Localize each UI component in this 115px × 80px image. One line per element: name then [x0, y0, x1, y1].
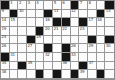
- grid-cell[interactable]: 16: [44, 18, 53, 27]
- grid-cell[interactable]: [53, 53, 62, 62]
- grid-cell[interactable]: [97, 53, 106, 62]
- clue-number: 26: [2, 44, 7, 48]
- grid-cell[interactable]: 7: [79, 1, 88, 10]
- clue-number: 13: [106, 9, 111, 13]
- grid-cell[interactable]: 23: [79, 27, 88, 36]
- black-cell: [36, 70, 45, 79]
- clue-number: 3: [28, 1, 30, 5]
- clue-number: 15: [10, 18, 15, 22]
- grid-cell[interactable]: [71, 62, 80, 71]
- grid-cell[interactable]: [71, 36, 80, 45]
- clue-number: 19: [2, 27, 7, 31]
- black-cell: [1, 1, 10, 10]
- clue-number: 36: [62, 61, 67, 65]
- grid-cell[interactable]: [105, 27, 114, 36]
- grid-cell[interactable]: 39: [79, 70, 88, 79]
- grid-cell[interactable]: [97, 1, 106, 10]
- grid-cell[interactable]: [44, 70, 53, 79]
- grid-cell[interactable]: [79, 10, 88, 19]
- grid-cell[interactable]: 10: [18, 10, 27, 19]
- grid-cell[interactable]: 35: [27, 62, 36, 71]
- black-cell: [62, 44, 71, 53]
- grid-cell[interactable]: [10, 27, 19, 36]
- clue-number: 5: [54, 1, 56, 5]
- grid-cell[interactable]: [88, 70, 97, 79]
- grid-cell[interactable]: 27: [27, 44, 36, 53]
- black-cell: [79, 62, 88, 71]
- grid-cell[interactable]: 32: [44, 53, 53, 62]
- grid-cell[interactable]: [62, 70, 71, 79]
- grid-cell[interactable]: [10, 62, 19, 71]
- clue-number: 11: [54, 9, 59, 13]
- grid-cell[interactable]: [18, 44, 27, 53]
- grid-cell[interactable]: [71, 18, 80, 27]
- black-cell: [10, 10, 19, 19]
- clue-number: 8: [88, 1, 90, 5]
- clue-number: 30: [106, 44, 111, 48]
- grid-cell[interactable]: 33: [71, 53, 80, 62]
- grid-cell[interactable]: 29: [88, 44, 97, 53]
- grid-cell[interactable]: 30: [105, 44, 114, 53]
- black-cell: [71, 1, 80, 10]
- grid-cell[interactable]: 26: [1, 44, 10, 53]
- grid-cell[interactable]: [105, 70, 114, 79]
- black-cell: [53, 18, 62, 27]
- grid-cell[interactable]: [10, 44, 19, 53]
- clue-number: 4: [36, 1, 38, 5]
- clue-number: 22: [62, 27, 67, 31]
- grid-cell[interactable]: [105, 53, 114, 62]
- black-cell: [88, 36, 97, 45]
- black-cell: [105, 36, 114, 45]
- clue-number: 12: [71, 9, 76, 13]
- clue-number: 10: [19, 9, 24, 13]
- black-cell: [97, 10, 106, 19]
- grid-cell[interactable]: 3: [27, 1, 36, 10]
- black-cell: [79, 18, 88, 27]
- grid-cell[interactable]: [97, 36, 106, 45]
- clue-number: 7: [80, 1, 82, 5]
- clue-number: 20: [45, 27, 50, 31]
- black-cell: [97, 70, 106, 79]
- clue-number: 33: [71, 53, 76, 57]
- grid-cell[interactable]: [97, 62, 106, 71]
- grid-cell[interactable]: [88, 53, 97, 62]
- grid-cell[interactable]: 31: [10, 53, 19, 62]
- grid-cell[interactable]: [18, 53, 27, 62]
- crossword-grid: 1234567891011121314151617181920212223242…: [0, 0, 115, 80]
- grid-cell[interactable]: 34: [1, 62, 10, 71]
- grid-cell[interactable]: [18, 27, 27, 36]
- black-cell: [62, 53, 71, 62]
- grid-cell[interactable]: [44, 62, 53, 71]
- grid-cell[interactable]: [36, 53, 45, 62]
- grid-cell[interactable]: [88, 10, 97, 19]
- grid-cell[interactable]: [53, 44, 62, 53]
- grid-cell[interactable]: [53, 36, 62, 45]
- grid-cell[interactable]: 11: [53, 10, 62, 19]
- black-cell: [1, 53, 10, 62]
- grid-cell[interactable]: 37: [88, 62, 97, 71]
- clue-number: 32: [45, 53, 50, 57]
- clue-number: 35: [28, 61, 33, 65]
- grid-cell[interactable]: 15: [10, 18, 19, 27]
- clue-number: 9: [2, 9, 4, 13]
- grid-cell[interactable]: [36, 18, 45, 27]
- clue-number: 16: [45, 18, 50, 22]
- clue-number: 6: [62, 1, 64, 5]
- clue-number: 28: [71, 44, 76, 48]
- grid-cell[interactable]: [79, 44, 88, 53]
- clue-number: 39: [80, 70, 85, 74]
- black-cell: [44, 10, 53, 19]
- clue-number: 23: [80, 27, 85, 31]
- grid-cell[interactable]: 36: [62, 62, 71, 71]
- grid-cell[interactable]: [79, 53, 88, 62]
- clue-number: 27: [28, 44, 33, 48]
- grid-cell[interactable]: [62, 36, 71, 45]
- grid-cell[interactable]: 22: [62, 27, 71, 36]
- grid-cell[interactable]: [18, 36, 27, 45]
- grid-cell[interactable]: 21: [53, 27, 62, 36]
- grid-cell[interactable]: 4: [36, 1, 45, 10]
- clue-number: 18: [97, 18, 102, 22]
- grid-cell[interactable]: [97, 27, 106, 36]
- grid-cell[interactable]: [27, 53, 36, 62]
- grid-cell[interactable]: 8: [88, 1, 97, 10]
- grid-cell[interactable]: [44, 1, 53, 10]
- black-cell: [53, 70, 62, 79]
- black-cell: [62, 18, 71, 27]
- grid-cell[interactable]: 25: [36, 36, 45, 45]
- grid-cell[interactable]: [10, 36, 19, 45]
- clue-number: 21: [54, 27, 59, 31]
- grid-cell[interactable]: 38: [1, 70, 10, 79]
- grid-cell[interactable]: 20: [44, 27, 53, 36]
- grid-cell[interactable]: 13: [105, 10, 114, 19]
- black-cell: [44, 44, 53, 53]
- grid-cell[interactable]: [71, 27, 80, 36]
- grid-cell[interactable]: [36, 62, 45, 71]
- grid-cell[interactable]: [27, 27, 36, 36]
- grid-cell[interactable]: 17: [88, 18, 97, 27]
- grid-cell[interactable]: [18, 18, 27, 27]
- grid-cell[interactable]: 14: [1, 18, 10, 27]
- grid-cell[interactable]: [27, 70, 36, 79]
- grid-cell[interactable]: [44, 36, 53, 45]
- grid-cell[interactable]: 1: [10, 1, 19, 10]
- grid-cell[interactable]: [53, 62, 62, 71]
- grid-cell[interactable]: 18: [97, 18, 106, 27]
- grid-cell[interactable]: 9: [1, 10, 10, 19]
- grid-cell[interactable]: [27, 10, 36, 19]
- clue-number: 17: [88, 18, 93, 22]
- clue-number: 38: [2, 70, 7, 74]
- clue-number: 14: [2, 18, 7, 22]
- black-cell: [105, 1, 114, 10]
- grid-cell[interactable]: 19: [1, 27, 10, 36]
- grid-cell[interactable]: 2: [18, 1, 27, 10]
- grid-cell[interactable]: [62, 10, 71, 19]
- grid-cell[interactable]: [79, 36, 88, 45]
- grid-cell[interactable]: [27, 18, 36, 27]
- grid-cell[interactable]: [36, 10, 45, 19]
- grid-cell[interactable]: [10, 70, 19, 79]
- clue-number: 2: [19, 1, 21, 5]
- grid-cell[interactable]: [36, 44, 45, 53]
- clue-number: 31: [10, 53, 15, 57]
- grid-cell[interactable]: [105, 18, 114, 27]
- clue-number: 34: [2, 61, 7, 65]
- grid-cell[interactable]: 28: [71, 44, 80, 53]
- black-cell: [27, 36, 36, 45]
- black-cell: [18, 62, 27, 71]
- clue-number: 25: [36, 35, 41, 39]
- grid-cell[interactable]: [97, 44, 106, 53]
- grid-cell[interactable]: 12: [71, 10, 80, 19]
- clue-number: 29: [88, 44, 93, 48]
- black-cell: [71, 70, 80, 79]
- grid-cell[interactable]: [18, 70, 27, 79]
- clue-number: 37: [88, 61, 93, 65]
- grid-cell[interactable]: 5: [53, 1, 62, 10]
- grid-cell[interactable]: 24: [1, 36, 10, 45]
- grid-cell[interactable]: [105, 62, 114, 71]
- clue-number: 1: [10, 1, 12, 5]
- black-cell: [36, 27, 45, 36]
- clue-number: 24: [2, 35, 7, 39]
- grid-cell[interactable]: 6: [62, 1, 71, 10]
- grid-cell[interactable]: [88, 27, 97, 36]
